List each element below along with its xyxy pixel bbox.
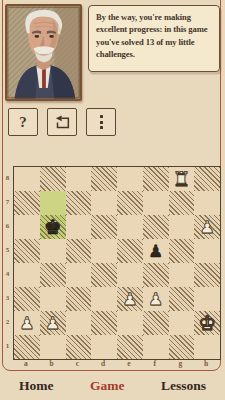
white-king-h2[interactable]: ♚ <box>194 311 220 335</box>
square-f1[interactable] <box>143 335 169 359</box>
square-b7[interactable] <box>40 191 66 215</box>
square-f8[interactable] <box>143 167 169 191</box>
tutor-speech-bubble: By the way, you're making excellent prog… <box>88 5 220 72</box>
square-d2[interactable] <box>91 311 117 335</box>
square-g1[interactable] <box>169 335 195 359</box>
square-g7[interactable] <box>169 191 195 215</box>
square-e7[interactable] <box>117 191 143 215</box>
square-a4[interactable] <box>14 263 40 287</box>
square-f6[interactable] <box>143 215 169 239</box>
square-g6[interactable] <box>169 215 195 239</box>
square-e4[interactable] <box>117 263 143 287</box>
question-mark-icon: ? <box>19 114 27 131</box>
nav-home[interactable]: Home <box>19 378 54 394</box>
tutor-portrait <box>5 4 82 101</box>
file-label-e: e <box>116 359 142 371</box>
file-label-f: f <box>142 359 168 371</box>
square-g2[interactable] <box>169 311 195 335</box>
rank-label-4: 4 <box>3 262 12 286</box>
black-king-b6[interactable]: ♚ <box>40 215 66 239</box>
square-d5[interactable] <box>91 239 117 263</box>
square-f5[interactable]: ♟ <box>143 239 169 263</box>
square-h7[interactable] <box>194 191 220 215</box>
square-c4[interactable] <box>66 263 92 287</box>
nav-lessons[interactable]: Lessons <box>161 378 206 394</box>
square-c5[interactable] <box>66 239 92 263</box>
file-label-g: g <box>168 359 194 371</box>
white-pawn-b2[interactable]: ♟ <box>40 311 66 335</box>
square-h2[interactable]: ♚ <box>194 311 220 335</box>
square-h5[interactable] <box>194 239 220 263</box>
tutor-message: By the way, you're making excellent prog… <box>96 11 212 61</box>
square-g5[interactable] <box>169 239 195 263</box>
square-a5[interactable] <box>14 239 40 263</box>
square-a6[interactable] <box>14 215 40 239</box>
file-label-d: d <box>90 359 116 371</box>
square-c7[interactable] <box>66 191 92 215</box>
square-f4[interactable] <box>143 263 169 287</box>
square-b3[interactable] <box>40 287 66 311</box>
square-d4[interactable] <box>91 263 117 287</box>
file-label-c: c <box>65 359 91 371</box>
vertical-dots-icon <box>100 115 103 129</box>
file-label-h: h <box>193 359 219 371</box>
white-pawn-a2[interactable]: ♟ <box>14 311 40 335</box>
square-b4[interactable] <box>40 263 66 287</box>
square-g3[interactable] <box>169 287 195 311</box>
square-d8[interactable] <box>91 167 117 191</box>
rank-label-2: 2 <box>3 310 12 334</box>
file-label-b: b <box>39 359 65 371</box>
square-a3[interactable] <box>14 287 40 311</box>
rank-label-1: 1 <box>3 334 12 358</box>
square-c8[interactable] <box>66 167 92 191</box>
square-h8[interactable] <box>194 167 220 191</box>
square-a1[interactable] <box>14 335 40 359</box>
square-h6[interactable]: ♟ <box>194 215 220 239</box>
square-b1[interactable] <box>40 335 66 359</box>
nav-game[interactable]: Game <box>90 378 125 394</box>
square-a2[interactable]: ♟ <box>14 311 40 335</box>
tutor-portrait-art <box>7 6 80 99</box>
square-d7[interactable] <box>91 191 117 215</box>
white-rook-g8[interactable]: ♜ <box>169 167 195 191</box>
square-g8[interactable]: ♜ <box>169 167 195 191</box>
menu-button[interactable] <box>86 108 116 136</box>
undo-button[interactable] <box>47 108 77 136</box>
chess-board: ♜♚♟♟♟♟♟♟♚ <box>13 166 221 360</box>
square-e2[interactable] <box>117 311 143 335</box>
square-c3[interactable] <box>66 287 92 311</box>
rank-label-5: 5 <box>3 238 12 262</box>
square-d1[interactable] <box>91 335 117 359</box>
square-g4[interactable] <box>169 263 195 287</box>
square-f7[interactable] <box>143 191 169 215</box>
square-e1[interactable] <box>117 335 143 359</box>
square-f2[interactable] <box>143 311 169 335</box>
square-b6[interactable]: ♚ <box>40 215 66 239</box>
square-h3[interactable] <box>194 287 220 311</box>
black-pawn-f5[interactable]: ♟ <box>143 239 169 263</box>
square-a7[interactable] <box>14 191 40 215</box>
white-pawn-e3[interactable]: ♟ <box>117 287 143 311</box>
rank-label-6: 6 <box>3 214 12 238</box>
square-e6[interactable] <box>117 215 143 239</box>
square-a8[interactable] <box>14 167 40 191</box>
square-e5[interactable] <box>117 239 143 263</box>
square-d6[interactable] <box>91 215 117 239</box>
square-e8[interactable] <box>117 167 143 191</box>
square-h4[interactable] <box>194 263 220 287</box>
square-f3[interactable]: ♟ <box>143 287 169 311</box>
square-d3[interactable] <box>91 287 117 311</box>
square-e3[interactable]: ♟ <box>117 287 143 311</box>
rank-label-7: 7 <box>3 190 12 214</box>
square-c2[interactable] <box>66 311 92 335</box>
square-b2[interactable]: ♟ <box>40 311 66 335</box>
square-c1[interactable] <box>66 335 92 359</box>
bottom-nav: Home Game Lessons <box>0 372 225 400</box>
white-pawn-f3[interactable]: ♟ <box>143 287 169 311</box>
rank-label-3: 3 <box>3 286 12 310</box>
square-b8[interactable] <box>40 167 66 191</box>
square-c6[interactable] <box>66 215 92 239</box>
file-labels: abcdefgh <box>13 359 219 371</box>
file-label-a: a <box>13 359 39 371</box>
rank-labels: 87654321 <box>3 166 12 358</box>
hint-button[interactable]: ? <box>8 108 38 136</box>
undo-arrow-icon <box>54 115 71 130</box>
square-h1[interactable] <box>194 335 220 359</box>
square-b5[interactable] <box>40 239 66 263</box>
rank-label-8: 8 <box>3 166 12 190</box>
white-pawn-h6[interactable]: ♟ <box>194 215 220 239</box>
